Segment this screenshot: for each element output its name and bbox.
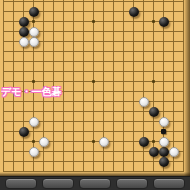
toolbar-button-5[interactable]	[153, 178, 185, 189]
black-stone[interactable]	[159, 157, 169, 167]
toolbar-button-1[interactable]	[5, 178, 37, 189]
go-app-screen: デモ・一色碁	[0, 0, 190, 190]
toolbar-button-3[interactable]	[79, 178, 111, 189]
black-stone[interactable]	[139, 137, 149, 147]
board-right-edge-shadow	[184, 0, 190, 176]
chat-overlay-text: デモ・一色碁	[1, 86, 93, 98]
black-stone[interactable]	[19, 127, 29, 137]
black-stone[interactable]	[159, 17, 169, 27]
black-stone[interactable]	[149, 107, 159, 117]
white-stone[interactable]	[159, 137, 169, 147]
black-stone-last-move-marker[interactable]	[161, 129, 166, 134]
star-point	[92, 140, 95, 143]
star-point	[152, 140, 155, 143]
star-point	[152, 20, 155, 23]
white-stone[interactable]	[159, 117, 169, 127]
black-stone[interactable]	[149, 147, 159, 157]
star-point	[32, 140, 35, 143]
star-point	[92, 20, 95, 23]
white-stone[interactable]	[29, 27, 39, 37]
white-stone[interactable]	[19, 37, 29, 47]
toolbar-button-4[interactable]	[116, 178, 148, 189]
star-point	[32, 80, 35, 83]
white-stone[interactable]	[169, 147, 179, 157]
white-stone[interactable]	[29, 147, 39, 157]
black-stone[interactable]	[19, 27, 29, 37]
bottom-toolbar	[0, 176, 190, 190]
black-stone[interactable]	[129, 7, 139, 17]
white-stone[interactable]	[99, 137, 109, 147]
white-stone[interactable]	[139, 97, 149, 107]
star-point	[152, 80, 155, 83]
white-stone[interactable]	[29, 37, 39, 47]
go-board[interactable]: デモ・一色碁	[0, 0, 190, 176]
star-point	[32, 20, 35, 23]
white-stone[interactable]	[39, 137, 49, 147]
black-stone[interactable]	[29, 7, 39, 17]
toolbar-button-2[interactable]	[42, 178, 74, 189]
black-stone[interactable]	[19, 17, 29, 27]
star-point	[92, 80, 95, 83]
white-stone[interactable]	[29, 117, 39, 127]
black-stone[interactable]	[159, 147, 169, 157]
